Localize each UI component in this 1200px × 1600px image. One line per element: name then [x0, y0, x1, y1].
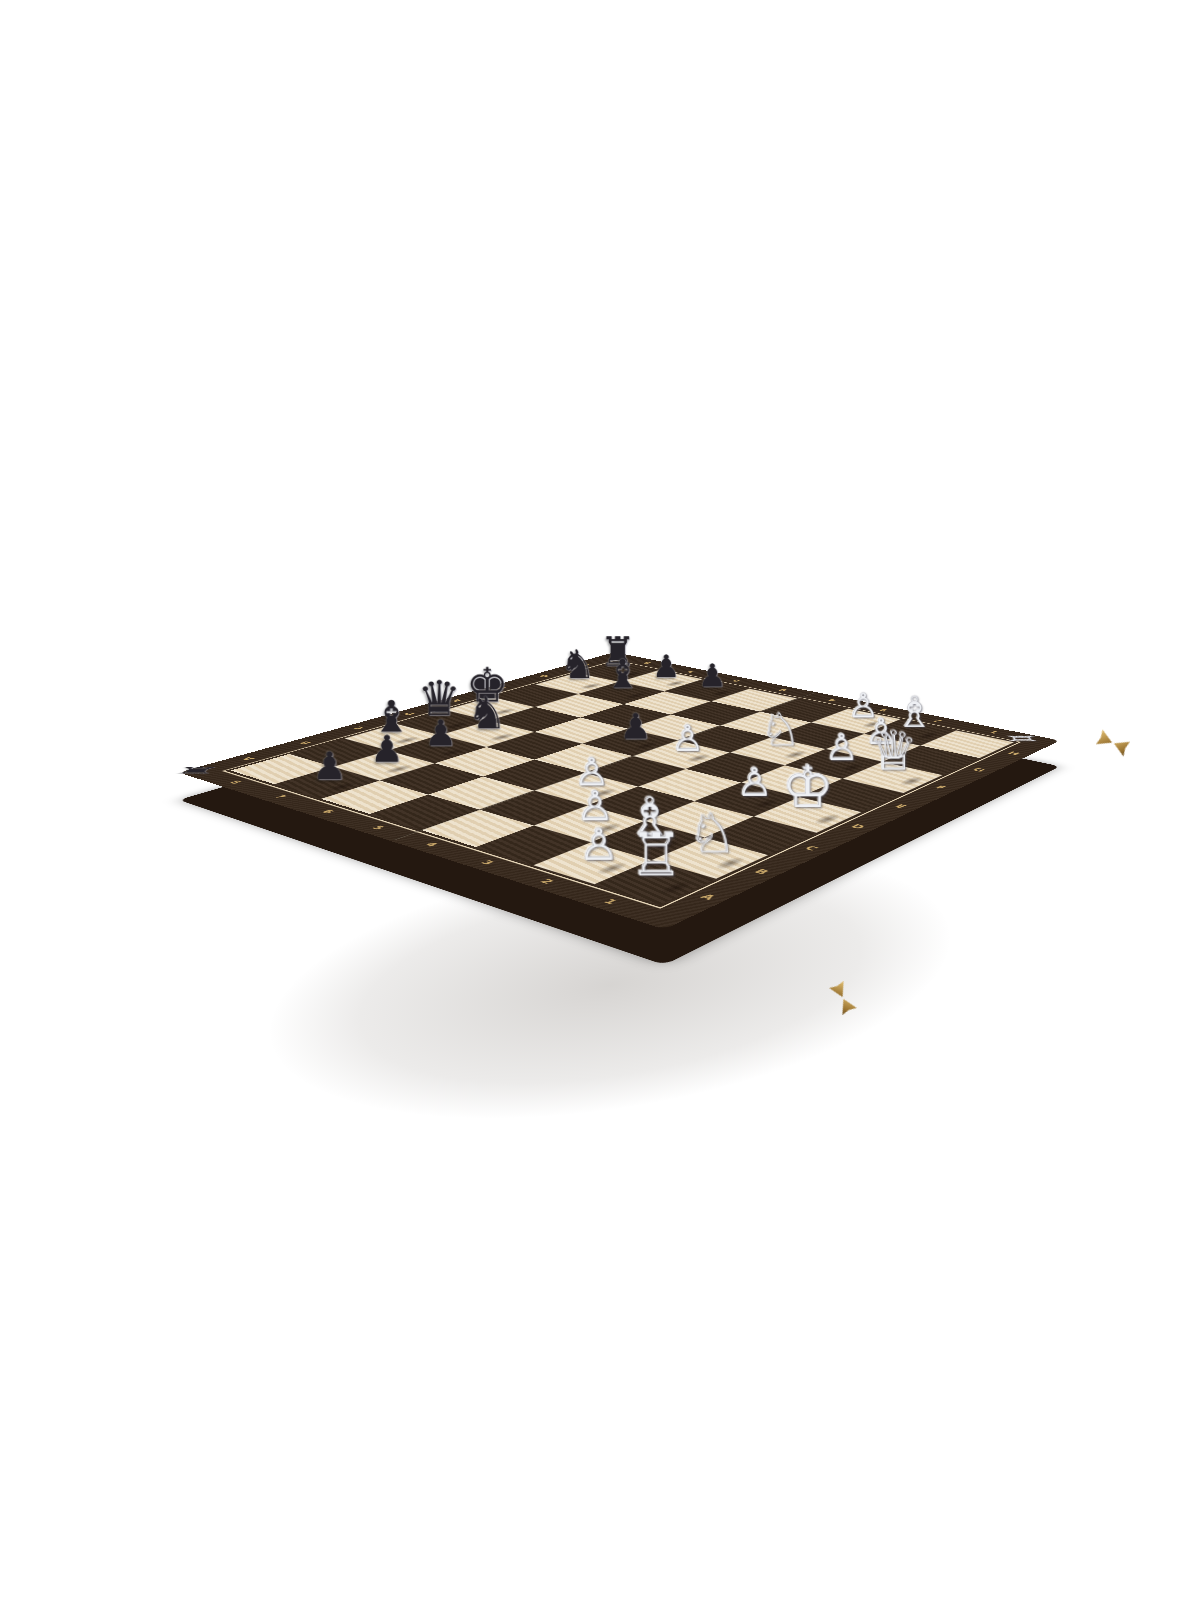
black-pawn-glyph: ♟ — [619, 706, 651, 747]
file-label-far-C: C — [346, 724, 372, 731]
white-pawn-glyph: ♙ — [736, 760, 772, 806]
rank-label-left-1: 1 — [593, 895, 628, 908]
file-label-near-F: F — [927, 783, 955, 792]
white-pawn-glyph: ♙ — [579, 819, 619, 870]
perspective-scene: ♝♛♚♞♜♟♟♟♞♝♟♟♟♙♙♙♘♙♙♗♙♙♙♗♖♘♔♕ 88AA77BB66C… — [134, 262, 1132, 1250]
file-label-far-G: G — [533, 673, 556, 679]
black-pawn-glyph: ♟ — [698, 657, 727, 694]
chess-board: ♝♛♚♞♜♟♟♟♞♝♟♟♟♙♙♙♘♙♙♗♙♙♙♗♖♘♔♕ 88AA77BB66C… — [179, 652, 1060, 929]
black-pawn-glyph: ♟ — [652, 648, 680, 684]
rank-label-left-3: 3 — [471, 857, 504, 869]
rank-label-left-6: 6 — [312, 807, 343, 817]
rank-label-left-4: 4 — [415, 839, 447, 850]
rank-label-right-5: 5 — [772, 687, 795, 693]
file-label-near-D: D — [842, 822, 872, 832]
file-label-near-H: H — [1000, 750, 1026, 758]
white-king-glyph: ♔ — [782, 754, 834, 821]
file-label-far-A: A — [235, 755, 263, 763]
piece-black-rook-offboard[interactable]: ♜ — [214, 766, 224, 776]
white-knight-glyph: ♘ — [687, 801, 737, 865]
black-pawn-glyph: ♟ — [424, 712, 457, 754]
product-photo-roman-chess-set: { "game": "chess", "scene": "Overhead-an… — [0, 0, 1200, 1600]
rank-label-left-8: 8 — [221, 778, 250, 787]
file-label-near-B: B — [745, 866, 778, 878]
white-queen-glyph: ♕ — [869, 720, 918, 783]
white-rook-glyph: ♖ — [629, 820, 683, 889]
rank-label-right-6: 6 — [725, 678, 748, 684]
rank-label-left-5: 5 — [362, 823, 394, 833]
file-label-near-E: E — [886, 802, 915, 812]
black-pawn-glyph: ♟ — [312, 744, 347, 788]
white-knight-glyph: ♘ — [760, 703, 801, 756]
black-bishop-glyph: ♝ — [605, 651, 641, 697]
piece-white-rook-offboard[interactable]: ♖ — [1040, 734, 1045, 743]
rank-label-left-2: 2 — [530, 875, 564, 887]
rank-label-left-7: 7 — [265, 792, 295, 801]
black-rook-column-glyph: ♜ — [169, 766, 223, 776]
black-pawn-glyph: ♟ — [370, 728, 404, 771]
scene-fit: ♝♛♚♞♜♟♟♟♞♝♟♟♟♙♙♙♘♙♙♗♙♙♙♗♖♘♔♕ 88AA77BB66C… — [33, 25, 1185, 1545]
file-label-near-C: C — [795, 843, 827, 854]
rank-label-right-4: 4 — [821, 697, 845, 703]
white-pawn-glyph: ♙ — [671, 717, 704, 759]
board-grid: ♝♛♚♞♜♟♟♟♞♝♟♟♟♙♙♙♘♙♙♗♙♙♙♗♖♘♔♕ — [231, 662, 1014, 905]
file-label-near-G: G — [965, 766, 992, 774]
rank-label-right-1: 1 — [981, 729, 1006, 736]
file-label-near-A: A — [690, 891, 724, 904]
black-knight-glyph: ♞ — [467, 687, 507, 738]
